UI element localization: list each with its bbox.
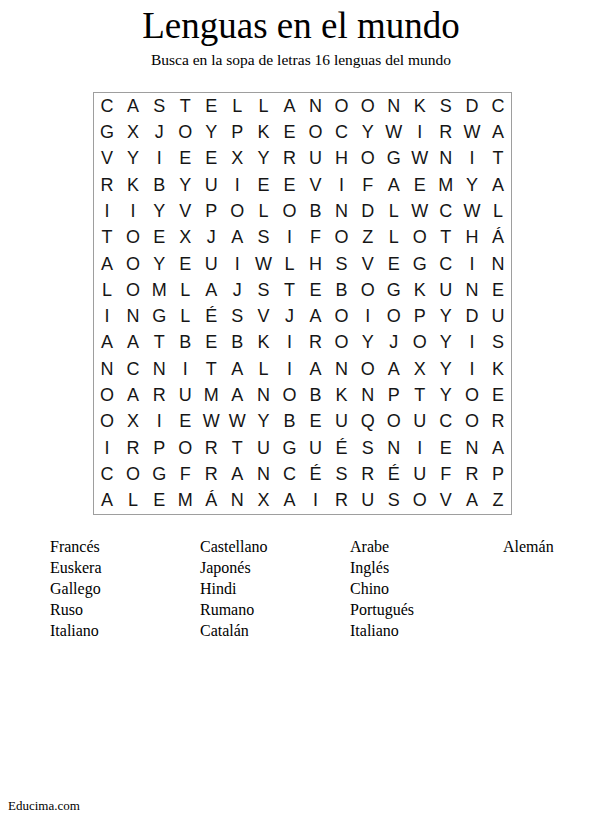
grid-cell[interactable]: Z <box>355 225 381 251</box>
grid-cell[interactable]: E <box>303 409 329 435</box>
grid-cell[interactable]: É <box>303 461 329 487</box>
word-list-item: Italiano <box>350 620 414 641</box>
grid-cell[interactable]: Y <box>198 119 224 145</box>
grid-cell[interactable]: G <box>381 277 407 303</box>
grid-cell[interactable]: N <box>485 251 511 277</box>
grid-cell[interactable]: D <box>355 198 381 224</box>
grid-cell[interactable]: É <box>329 435 355 461</box>
grid-cell[interactable]: X <box>250 488 276 514</box>
grid-cell[interactable]: R <box>198 461 224 487</box>
grid-cell[interactable]: E <box>407 172 433 198</box>
grid-cell[interactable]: I <box>459 330 485 356</box>
word-list-item: Hindi <box>200 578 268 599</box>
grid-cell[interactable]: L <box>276 251 302 277</box>
grid-cell[interactable]: U <box>329 409 355 435</box>
grid-cell[interactable]: X <box>172 225 198 251</box>
grid-cell[interactable]: A <box>94 251 120 277</box>
word-list-item: Gallego <box>50 578 102 599</box>
grid-cell[interactable]: O <box>407 488 433 514</box>
grid-cell[interactable]: F <box>355 172 381 198</box>
grid-cell[interactable]: W <box>198 409 224 435</box>
grid-cell[interactable]: X <box>224 146 250 172</box>
grid-cell[interactable]: A <box>303 356 329 382</box>
grid-cell[interactable]: I <box>120 198 146 224</box>
grid-cell[interactable]: S <box>250 277 276 303</box>
grid-cell[interactable]: U <box>303 146 329 172</box>
grid-cell[interactable]: E <box>433 435 459 461</box>
grid-cell[interactable]: R <box>355 461 381 487</box>
grid-cell[interactable]: V <box>355 251 381 277</box>
grid-cell[interactable]: B <box>329 277 355 303</box>
grid-cell[interactable]: K <box>250 119 276 145</box>
grid-cell[interactable]: P <box>146 435 172 461</box>
grid-cell[interactable]: O <box>276 198 302 224</box>
grid-cell[interactable]: A <box>381 356 407 382</box>
grid-cell[interactable]: O <box>172 435 198 461</box>
grid-cell[interactable]: V <box>433 488 459 514</box>
grid-cell[interactable]: O <box>381 304 407 330</box>
grid-cell[interactable]: K <box>485 356 511 382</box>
grid-cell[interactable]: I <box>303 488 329 514</box>
grid-cell[interactable]: R <box>146 382 172 408</box>
grid-cell[interactable]: S <box>250 225 276 251</box>
grid-cell[interactable]: K <box>250 330 276 356</box>
grid-cell[interactable]: O <box>276 382 302 408</box>
grid-cell[interactable]: O <box>94 409 120 435</box>
grid-cell[interactable]: A <box>120 93 146 119</box>
grid-cell[interactable]: K <box>120 172 146 198</box>
grid-cell[interactable]: N <box>459 435 485 461</box>
grid-cell[interactable]: S <box>329 461 355 487</box>
grid-cell[interactable]: A <box>459 488 485 514</box>
grid-cell[interactable]: A <box>303 304 329 330</box>
word-list-item: Japonés <box>200 557 268 578</box>
grid-cell[interactable]: L <box>250 356 276 382</box>
grid-cell[interactable]: Y <box>433 304 459 330</box>
grid-cell[interactable]: O <box>407 330 433 356</box>
grid-cell[interactable]: Y <box>355 119 381 145</box>
grid-cell[interactable]: I <box>459 251 485 277</box>
grid-cell[interactable]: J <box>198 225 224 251</box>
grid-cell[interactable]: B <box>276 409 302 435</box>
grid-cell[interactable]: L <box>172 277 198 303</box>
word-list-item: Catalán <box>200 620 268 641</box>
grid-cell[interactable]: O <box>120 277 146 303</box>
word-list-item: Euskera <box>50 557 102 578</box>
grid-cell[interactable]: O <box>224 198 250 224</box>
grid-cell[interactable]: O <box>120 461 146 487</box>
grid-cell[interactable]: R <box>485 409 511 435</box>
footer-brand: Educima.com <box>8 798 80 814</box>
grid-cell[interactable]: M <box>172 488 198 514</box>
grid-cell[interactable]: O <box>355 277 381 303</box>
grid-cell[interactable]: T <box>94 225 120 251</box>
grid-cell[interactable]: U <box>407 409 433 435</box>
word-column: ArabeInglésChinoPortuguésItaliano <box>350 536 414 641</box>
grid-cell[interactable]: W <box>459 198 485 224</box>
grid-cell[interactable]: A <box>276 93 302 119</box>
grid-cell[interactable]: A <box>224 461 250 487</box>
grid-cell[interactable]: W <box>250 251 276 277</box>
grid-cell[interactable]: Y <box>459 172 485 198</box>
grid-cell[interactable]: A <box>94 488 120 514</box>
grid-cell[interactable]: D <box>459 93 485 119</box>
grid-cell[interactable]: O <box>120 251 146 277</box>
grid-cell[interactable]: L <box>485 198 511 224</box>
grid-cell[interactable]: G <box>276 435 302 461</box>
grid-cell[interactable]: X <box>120 119 146 145</box>
grid-cell[interactable]: T <box>485 146 511 172</box>
grid-cell[interactable]: U <box>198 251 224 277</box>
word-column: CastellanoJaponésHindiRumanoCatalán <box>200 536 268 641</box>
grid-cell[interactable]: Y <box>433 330 459 356</box>
grid-cell[interactable]: E <box>276 172 302 198</box>
grid-cell[interactable]: I <box>224 172 250 198</box>
grid-cell[interactable]: S <box>381 488 407 514</box>
grid-cell[interactable]: N <box>329 198 355 224</box>
grid-cell[interactable]: N <box>224 488 250 514</box>
grid-cell[interactable]: M <box>433 172 459 198</box>
grid-cell[interactable]: Á <box>198 488 224 514</box>
word-search-grid: CASTELLANOONKSDCGXJOYPKEOCYWIRWAVYIEEXYR… <box>93 92 512 515</box>
grid-cell[interactable]: Y <box>172 172 198 198</box>
grid-cell[interactable]: T <box>407 382 433 408</box>
grid-cell[interactable]: H <box>329 146 355 172</box>
grid-cell[interactable]: I <box>224 251 250 277</box>
grid-cell[interactable]: D <box>459 304 485 330</box>
grid-cell[interactable]: B <box>303 382 329 408</box>
grid-cell[interactable]: S <box>355 435 381 461</box>
grid-cell[interactable]: N <box>250 382 276 408</box>
grid-cell[interactable]: I <box>276 356 302 382</box>
grid-cell[interactable]: V <box>303 172 329 198</box>
grid-cell[interactable]: O <box>329 93 355 119</box>
grid-cell[interactable]: L <box>94 277 120 303</box>
grid-cell[interactable]: R <box>276 146 302 172</box>
grid-cell[interactable]: I <box>329 172 355 198</box>
grid-cell[interactable]: A <box>120 382 146 408</box>
worksheet-page: { "game": "word-search", "page": { "titl… <box>0 0 602 818</box>
grid-cell[interactable]: E <box>146 488 172 514</box>
grid-cell[interactable]: R <box>459 461 485 487</box>
grid-cell[interactable]: T <box>172 93 198 119</box>
grid-cell[interactable]: F <box>303 225 329 251</box>
grid-cell[interactable]: H <box>303 251 329 277</box>
grid-cell[interactable]: E <box>250 172 276 198</box>
grid-cell[interactable]: N <box>329 356 355 382</box>
grid-cell[interactable]: Y <box>250 409 276 435</box>
grid-cell[interactable]: U <box>485 304 511 330</box>
grid-cell[interactable]: A <box>485 435 511 461</box>
grid-cell[interactable]: N <box>433 146 459 172</box>
grid-cell[interactable]: N <box>381 435 407 461</box>
grid-cell[interactable]: V <box>94 146 120 172</box>
grid-cell[interactable]: N <box>303 93 329 119</box>
grid-cell[interactable]: E <box>172 251 198 277</box>
grid-cell[interactable]: A <box>485 119 511 145</box>
grid-cell[interactable]: M <box>146 277 172 303</box>
grid-cell[interactable]: V <box>172 198 198 224</box>
grid-cell[interactable]: U <box>407 461 433 487</box>
grid-cell[interactable]: A <box>381 172 407 198</box>
grid-cell[interactable]: X <box>120 409 146 435</box>
grid-cell[interactable]: P <box>407 304 433 330</box>
grid-cell[interactable]: Y <box>146 251 172 277</box>
grid-cell[interactable]: V <box>250 304 276 330</box>
grid-cell[interactable]: G <box>94 119 120 145</box>
grid-cell[interactable]: L <box>381 225 407 251</box>
word-list-item: Arabe <box>350 536 414 557</box>
grid-cell[interactable]: B <box>172 330 198 356</box>
grid-cell[interactable]: K <box>329 382 355 408</box>
grid-cell[interactable]: O <box>329 330 355 356</box>
grid-cell[interactable]: A <box>224 356 250 382</box>
grid-cell[interactable]: P <box>198 198 224 224</box>
grid-cell[interactable]: I <box>276 225 302 251</box>
grid-cell[interactable]: Y <box>250 146 276 172</box>
grid-cell[interactable]: E <box>146 225 172 251</box>
grid-cell[interactable]: A <box>485 172 511 198</box>
grid-cell[interactable]: C <box>94 461 120 487</box>
grid-cell[interactable]: C <box>485 93 511 119</box>
grid-cell[interactable]: É <box>198 304 224 330</box>
grid-cell[interactable]: N <box>459 277 485 303</box>
grid-cell[interactable]: O <box>355 146 381 172</box>
grid-cell[interactable]: A <box>224 382 250 408</box>
grid-cell[interactable]: O <box>355 93 381 119</box>
grid-cell[interactable]: A <box>198 277 224 303</box>
grid-cell[interactable]: R <box>94 172 120 198</box>
grid-cell[interactable]: C <box>276 461 302 487</box>
grid-cell[interactable]: U <box>433 277 459 303</box>
grid-cell[interactable]: A <box>224 225 250 251</box>
word-list-item: Italiano <box>50 620 102 641</box>
page-title: Lenguas en el mundo <box>0 5 602 48</box>
grid-cell[interactable]: B <box>224 330 250 356</box>
grid-cell[interactable]: R <box>433 119 459 145</box>
grid-cell[interactable]: E <box>198 146 224 172</box>
grid-cell[interactable]: G <box>146 461 172 487</box>
grid-cell[interactable]: Y <box>355 330 381 356</box>
grid-cell[interactable]: L <box>250 198 276 224</box>
grid-cell[interactable]: C <box>433 198 459 224</box>
grid-cell[interactable]: R <box>329 488 355 514</box>
grid-cell[interactable]: Á <box>485 225 511 251</box>
grid-cell[interactable]: R <box>120 435 146 461</box>
word-list-item: Alemán <box>503 536 554 557</box>
grid-cell[interactable]: F <box>172 461 198 487</box>
grid-cell[interactable]: Y <box>146 198 172 224</box>
grid-cell[interactable]: U <box>355 488 381 514</box>
word-column: Alemán <box>503 536 554 557</box>
page-subtitle: Busca en la sopa de letras 16 lenguas de… <box>0 51 602 69</box>
grid-cell[interactable]: N <box>381 93 407 119</box>
grid-cell[interactable]: U <box>303 435 329 461</box>
grid-cell[interactable]: P <box>224 119 250 145</box>
grid-cell[interactable]: O <box>407 225 433 251</box>
grid-cell[interactable]: G <box>381 146 407 172</box>
grid-cell[interactable]: L <box>120 488 146 514</box>
grid-cell[interactable]: U <box>250 435 276 461</box>
grid-cell[interactable]: A <box>120 330 146 356</box>
word-list-item: Portugués <box>350 599 414 620</box>
grid-cell[interactable]: J <box>381 330 407 356</box>
grid-cell[interactable]: R <box>303 330 329 356</box>
grid-cell[interactable]: R <box>198 435 224 461</box>
grid-cell[interactable]: C <box>120 356 146 382</box>
grid-cell[interactable]: B <box>303 198 329 224</box>
grid-cell[interactable]: L <box>250 93 276 119</box>
grid-cell[interactable]: C <box>94 93 120 119</box>
grid-cell[interactable]: C <box>433 251 459 277</box>
grid-cell[interactable]: J <box>224 277 250 303</box>
grid-cell[interactable]: O <box>381 409 407 435</box>
grid-cell[interactable]: L <box>381 198 407 224</box>
grid-cell[interactable]: I <box>355 304 381 330</box>
grid-cell[interactable]: J <box>276 304 302 330</box>
grid-cell[interactable]: S <box>146 93 172 119</box>
grid-cell[interactable]: I <box>146 146 172 172</box>
grid-cell[interactable]: Y <box>433 382 459 408</box>
grid-cell[interactable]: O <box>172 119 198 145</box>
grid-cell[interactable]: N <box>146 356 172 382</box>
grid-cell[interactable]: E <box>198 330 224 356</box>
grid-cell[interactable]: É <box>381 461 407 487</box>
grid-cell[interactable]: P <box>381 382 407 408</box>
grid-cell[interactable]: E <box>485 382 511 408</box>
grid-cell[interactable]: O <box>329 304 355 330</box>
grid-cell[interactable]: W <box>407 198 433 224</box>
grid-cell[interactable]: T <box>433 225 459 251</box>
grid-cell[interactable]: I <box>94 198 120 224</box>
grid-cell[interactable]: T <box>276 277 302 303</box>
word-list: FrancésEuskeraGallegoRusoItaliano Castel… <box>0 536 602 646</box>
grid-cell[interactable]: A <box>276 488 302 514</box>
word-column: FrancésEuskeraGallegoRusoItaliano <box>50 536 102 641</box>
grid-cell[interactable]: W <box>407 146 433 172</box>
grid-cell[interactable]: W <box>224 409 250 435</box>
word-list-item: Inglés <box>350 557 414 578</box>
word-list-item: Ruso <box>50 599 102 620</box>
grid-cell[interactable]: F <box>433 461 459 487</box>
grid-cell[interactable]: O <box>355 356 381 382</box>
grid-cell[interactable]: U <box>198 172 224 198</box>
grid-cell[interactable]: T <box>146 330 172 356</box>
grid-cell[interactable]: O <box>459 382 485 408</box>
grid-cell[interactable]: I <box>146 409 172 435</box>
grid-cell[interactable]: J <box>146 119 172 145</box>
word-list-item: Castellano <box>200 536 268 557</box>
grid-cell[interactable]: X <box>407 356 433 382</box>
grid-cell[interactable]: I <box>94 435 120 461</box>
grid-cell[interactable]: L <box>224 93 250 119</box>
grid-cell[interactable]: E <box>276 119 302 145</box>
grid-cell[interactable]: E <box>381 251 407 277</box>
grid-cell[interactable]: E <box>172 409 198 435</box>
grid-cell[interactable]: C <box>433 409 459 435</box>
grid-cell[interactable]: S <box>224 304 250 330</box>
word-list-item: Francés <box>50 536 102 557</box>
grid-cell[interactable]: I <box>459 356 485 382</box>
grid-cell[interactable]: I <box>407 435 433 461</box>
grid-cell[interactable]: M <box>198 382 224 408</box>
grid-cell[interactable]: N <box>120 304 146 330</box>
grid-cell[interactable]: W <box>381 119 407 145</box>
word-list-item: Rumano <box>200 599 268 620</box>
grid-cell[interactable]: O <box>303 119 329 145</box>
grid-cell[interactable]: L <box>172 304 198 330</box>
grid-cell[interactable]: S <box>433 93 459 119</box>
grid-cell[interactable]: O <box>459 409 485 435</box>
grid-cell[interactable]: N <box>355 382 381 408</box>
grid-cell[interactable]: W <box>459 119 485 145</box>
grid-cell[interactable]: A <box>94 330 120 356</box>
grid-cell[interactable]: G <box>146 304 172 330</box>
grid-cell[interactable]: I <box>276 330 302 356</box>
grid-cell[interactable]: I <box>172 356 198 382</box>
grid-cell[interactable]: P <box>485 461 511 487</box>
word-list-item: Chino <box>350 578 414 599</box>
grid-cell[interactable]: E <box>303 277 329 303</box>
grid-cell[interactable]: O <box>120 225 146 251</box>
grid-cell[interactable]: N <box>94 356 120 382</box>
grid-cell[interactable]: T <box>198 356 224 382</box>
grid-cell[interactable]: T <box>224 435 250 461</box>
grid-cell[interactable]: Q <box>355 409 381 435</box>
grid-cell[interactable]: K <box>407 93 433 119</box>
grid-cell[interactable]: E <box>198 93 224 119</box>
grid-cell[interactable]: B <box>146 172 172 198</box>
grid-cell[interactable]: Y <box>120 146 146 172</box>
grid-cell[interactable]: K <box>407 277 433 303</box>
grid-cell[interactable]: E <box>485 277 511 303</box>
grid-cell[interactable]: Y <box>433 356 459 382</box>
grid-cell[interactable]: Z <box>485 488 511 514</box>
grid-cell[interactable]: H <box>459 225 485 251</box>
grid-cell[interactable]: U <box>172 382 198 408</box>
grid-cell[interactable]: I <box>407 119 433 145</box>
grid-cell[interactable]: E <box>172 146 198 172</box>
grid-cell[interactable]: S <box>485 330 511 356</box>
grid-cell[interactable]: C <box>329 119 355 145</box>
grid-cell[interactable]: N <box>250 461 276 487</box>
grid-cell[interactable]: O <box>329 225 355 251</box>
grid-cell[interactable]: I <box>459 146 485 172</box>
grid-cell[interactable]: I <box>94 304 120 330</box>
grid-cell[interactable]: O <box>94 382 120 408</box>
grid-cell[interactable]: G <box>407 251 433 277</box>
grid-cell[interactable]: S <box>329 251 355 277</box>
